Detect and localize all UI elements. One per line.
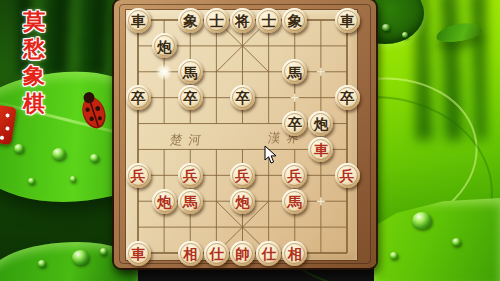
piece-red-兵-r6c0[interactable]: 兵: [126, 163, 151, 188]
title-char: 棋: [20, 92, 48, 116]
piece-red-相-r9c6[interactable]: 相: [282, 241, 307, 266]
piece-red-車-r9c0[interactable]: 車: [126, 241, 151, 266]
piece-red-車-r5c7[interactable]: 車: [308, 137, 333, 162]
piece-red-馬-r7c6[interactable]: 馬: [282, 189, 307, 214]
title-char: 愁: [20, 37, 48, 61]
piece-red-帥-r9c4[interactable]: 帥: [230, 241, 255, 266]
piece-glyph: 兵: [235, 169, 250, 184]
piece-black-卒-r3c0[interactable]: 卒: [126, 85, 151, 110]
piece-glyph: 卒: [235, 91, 250, 106]
piece-glyph: 炮: [157, 194, 172, 209]
piece-glyph: 卒: [131, 91, 146, 106]
background-right-water: [374, 0, 500, 281]
piece-black-象-r0c6[interactable]: 象: [282, 8, 307, 33]
water-drop: [72, 250, 89, 265]
piece-red-相-r9c2[interactable]: 相: [178, 241, 203, 266]
piece-glyph: 将: [235, 13, 250, 28]
game-screen: 莫 愁 象 棋 楚河 漢界 車象士将士象車炮馬馬卒卒卒卒卒炮車兵兵兵兵兵炮馬炮馬…: [0, 0, 500, 281]
piece-glyph: 炮: [157, 39, 172, 54]
piece-glyph: 兵: [183, 169, 198, 184]
piece-glyph: 象: [288, 13, 303, 28]
piece-glyph: 馬: [288, 194, 303, 209]
piece-glyph: 車: [131, 13, 146, 28]
piece-glyph: 車: [131, 246, 146, 261]
water-drop: [38, 260, 46, 267]
piece-glyph: 馬: [183, 194, 198, 209]
piece-glyph: 卒: [340, 91, 355, 106]
piece-glyph: 兵: [288, 169, 303, 184]
piece-red-炮-r7c4[interactable]: 炮: [230, 189, 255, 214]
piece-black-車-r0c0[interactable]: 車: [126, 8, 151, 33]
ladybug: [78, 84, 108, 140]
pieces-layer: 車象士将士象車炮馬馬卒卒卒卒卒炮車兵兵兵兵兵炮馬炮馬車相仕帥仕相: [126, 10, 357, 260]
piece-red-兵-r6c8[interactable]: 兵: [335, 163, 360, 188]
piece-glyph: 馬: [288, 65, 303, 80]
piece-red-炮-r7c1[interactable]: 炮: [152, 189, 177, 214]
piece-glyph: 車: [314, 143, 329, 158]
piece-glyph: 仕: [209, 246, 224, 261]
piece-glyph: 卒: [183, 91, 198, 106]
piece-black-士-r0c3[interactable]: 士: [204, 8, 229, 33]
piece-black-将-r0c4[interactable]: 将: [230, 8, 255, 33]
piece-black-卒-r4c6[interactable]: 卒: [282, 111, 307, 136]
piece-black-馬-r2c6[interactable]: 馬: [282, 59, 307, 84]
piece-glyph: 象: [183, 13, 198, 28]
piece-glyph: 相: [288, 246, 303, 261]
water-drop: [28, 178, 35, 184]
piece-glyph: 卒: [288, 117, 303, 132]
mouse-cursor: [264, 145, 278, 165]
piece-red-兵-r6c2[interactable]: 兵: [178, 163, 203, 188]
water-drop: [100, 248, 107, 255]
water-drop: [402, 32, 408, 38]
piece-red-仕-r9c5[interactable]: 仕: [256, 241, 281, 266]
piece-glyph: 馬: [183, 65, 198, 80]
piece-black-士-r0c5[interactable]: 士: [256, 8, 281, 33]
piece-red-馬-r7c2[interactable]: 馬: [178, 189, 203, 214]
piece-red-仕-r9c3[interactable]: 仕: [204, 241, 229, 266]
piece-glyph: 仕: [261, 246, 276, 261]
piece-glyph: 相: [183, 246, 198, 261]
water-drop: [390, 252, 398, 259]
piece-glyph: 兵: [131, 169, 146, 184]
piece-black-炮-r1c1[interactable]: 炮: [152, 33, 177, 58]
xiangqi-board-surface[interactable]: 楚河 漢界 車象士将士象車炮馬馬卒卒卒卒卒炮車兵兵兵兵兵炮馬炮馬車相仕帥仕相: [126, 10, 357, 260]
piece-red-兵-r6c4[interactable]: 兵: [230, 163, 255, 188]
piece-glyph: 士: [261, 13, 276, 28]
piece-black-卒-r3c8[interactable]: 卒: [335, 85, 360, 110]
water-drop: [382, 24, 390, 31]
water-drop: [52, 148, 66, 160]
title-char: 象: [20, 64, 48, 88]
title-char: 莫: [20, 10, 48, 34]
piece-black-馬-r2c2[interactable]: 馬: [178, 59, 203, 84]
piece-black-車-r0c8[interactable]: 車: [335, 8, 360, 33]
background-left-leaves: [0, 0, 118, 281]
piece-glyph: 士: [209, 13, 224, 28]
piece-glyph: 帥: [235, 246, 250, 261]
piece-black-卒-r3c2[interactable]: 卒: [178, 85, 203, 110]
piece-black-象-r0c2[interactable]: 象: [178, 8, 203, 33]
water-drop: [412, 212, 432, 229]
water-drop: [70, 176, 76, 182]
water-drop: [14, 144, 24, 153]
xiangqi-board-frame: 楚河 漢界 車象士将士象車炮馬馬卒卒卒卒卒炮車兵兵兵兵兵炮馬炮馬車相仕帥仕相: [114, 0, 376, 268]
piece-glyph: 炮: [235, 194, 250, 209]
water-drop: [452, 238, 461, 246]
piece-glyph: 車: [340, 13, 355, 28]
piece-black-炮-r4c7[interactable]: 炮: [308, 111, 333, 136]
piece-glyph: 兵: [340, 169, 355, 184]
piece-black-卒-r3c4[interactable]: 卒: [230, 85, 255, 110]
app-title-vertical: 莫 愁 象 棋: [20, 10, 48, 116]
piece-glyph: 炮: [314, 117, 329, 132]
piece-red-兵-r6c6[interactable]: 兵: [282, 163, 307, 188]
water-drop: [90, 154, 99, 162]
